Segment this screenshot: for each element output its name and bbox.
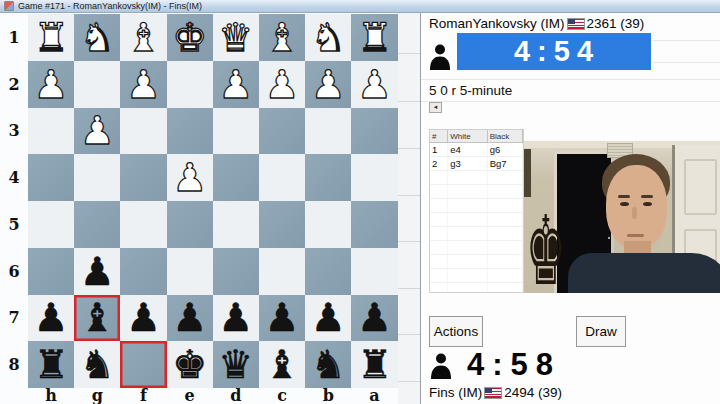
square-g1[interactable]: ♞ xyxy=(74,14,120,61)
square-h3[interactable] xyxy=(28,108,74,155)
square-b1[interactable]: ♞ xyxy=(305,14,351,61)
moves-header-black: Black xyxy=(487,130,522,143)
square-a1[interactable]: ♜ xyxy=(351,14,397,61)
bottom-player-name: Fins (IM) xyxy=(429,385,482,400)
side-panel: RomanYankovsky (IM) 2361 (39) 4:54 5 0 r… xyxy=(420,13,720,404)
black-bishop-g7: ♝ xyxy=(80,298,115,337)
square-b2[interactable]: ♟ xyxy=(305,61,351,108)
black-knight-b8: ♞ xyxy=(311,345,346,384)
person-eye xyxy=(620,202,629,206)
white-rook-h1: ♜ xyxy=(34,18,69,57)
strip-line xyxy=(398,195,420,196)
square-d5[interactable] xyxy=(213,201,259,248)
square-b4[interactable] xyxy=(305,154,351,201)
square-g7[interactable]: ♝ xyxy=(74,295,120,342)
square-f8[interactable] xyxy=(120,341,166,388)
us-flag-icon xyxy=(485,388,501,398)
game-type-label: 5 0 r 5-minute xyxy=(429,83,512,98)
person-eyebrow xyxy=(641,195,653,198)
top-player-name: RomanYankovsky (IM) xyxy=(429,16,565,31)
door-panel xyxy=(684,159,717,215)
strip-line xyxy=(398,288,420,289)
file-label-e: e xyxy=(167,387,213,404)
bottom-player-info: Fins (IM) 2494 (39) xyxy=(429,385,562,400)
move-row-8 xyxy=(430,241,523,255)
black-knight-g8: ♞ xyxy=(80,345,115,384)
rank-label-1: 1 xyxy=(0,14,28,61)
actions-button[interactable]: Actions xyxy=(429,316,483,347)
rank-label-4: 4 xyxy=(0,154,28,201)
person-eye xyxy=(643,202,652,206)
rank-label-6: 6 xyxy=(0,248,28,295)
move-row-7 xyxy=(430,227,523,241)
black-pawn-g6: ♟ xyxy=(80,252,115,291)
square-h7[interactable]: ♟ xyxy=(28,295,74,342)
square-d1[interactable]: ♛ xyxy=(213,14,259,61)
moves-header-row: #WhiteBlack xyxy=(430,130,523,143)
square-d8[interactable]: ♛ xyxy=(213,341,259,388)
doorway-light-dot xyxy=(608,237,610,239)
white-pawn-h2: ♟ xyxy=(34,65,69,104)
us-flag-icon xyxy=(568,19,584,29)
file-labels: hgfedcba xyxy=(28,387,398,404)
square-h1[interactable]: ♜ xyxy=(28,14,74,61)
square-a3[interactable] xyxy=(351,108,397,155)
bottom-clock: 4:58 xyxy=(467,347,561,383)
white-rook-a1: ♜ xyxy=(357,18,392,57)
file-label-d: d xyxy=(213,387,259,404)
square-c7[interactable]: ♟ xyxy=(259,295,305,342)
square-e5[interactable] xyxy=(167,201,213,248)
square-e8[interactable]: ♚ xyxy=(167,341,213,388)
square-a7[interactable]: ♟ xyxy=(351,295,397,342)
background-strip xyxy=(398,13,420,404)
white-queen-d1: ♛ xyxy=(218,18,253,57)
file-label-a: a xyxy=(351,387,397,404)
white-bishop-c1: ♝ xyxy=(265,18,300,57)
person-shoulders xyxy=(568,253,720,293)
square-h6[interactable] xyxy=(28,248,74,295)
top-player-info: RomanYankovsky (IM) 2361 (39) xyxy=(429,16,644,31)
moves-header-white: White xyxy=(448,130,487,143)
square-c8[interactable]: ♝ xyxy=(259,341,305,388)
rank-label-8: 8 xyxy=(0,341,28,388)
divider xyxy=(653,62,720,63)
scroll-left-button[interactable]: ◂ xyxy=(429,102,442,113)
black-king-e8: ♚ xyxy=(172,345,207,384)
person-eyebrow xyxy=(618,195,630,198)
square-f7[interactable]: ♟ xyxy=(120,295,166,342)
move-row-1: 1e4g6 xyxy=(430,143,523,157)
webcam-wall-corner xyxy=(524,149,531,197)
black-pawn-c7: ♟ xyxy=(265,298,300,337)
square-h5[interactable] xyxy=(28,201,74,248)
black-pawn-b7: ♟ xyxy=(311,298,346,337)
square-a5[interactable] xyxy=(351,201,397,248)
square-c1[interactable]: ♝ xyxy=(259,14,305,61)
rank-label-5: 5 xyxy=(0,201,28,248)
window-icon[interactable] xyxy=(4,1,14,11)
black-pawn-e7: ♟ xyxy=(172,298,207,337)
move-row-3 xyxy=(430,171,523,185)
top-player-rating: 2361 (39) xyxy=(587,16,645,31)
chess-board[interactable]: ♜♞♝♚♛♝♞♜♟♟♟♟♟♟♟♟♟♟♝♟♟♟♟♟♟♜♞♚♛♝♞♜ xyxy=(28,14,398,388)
square-g2[interactable] xyxy=(74,61,120,108)
square-e7[interactable]: ♟ xyxy=(167,295,213,342)
square-d4[interactable] xyxy=(213,154,259,201)
strip-line xyxy=(398,334,420,335)
move-row-6 xyxy=(430,213,523,227)
strip-line xyxy=(398,101,420,102)
strip-line xyxy=(398,381,420,382)
square-d6[interactable] xyxy=(213,248,259,295)
black-pawn-h7: ♟ xyxy=(34,298,69,337)
square-c3[interactable] xyxy=(259,108,305,155)
white-pawn-g3: ♟ xyxy=(80,111,115,150)
square-e6[interactable] xyxy=(167,248,213,295)
person-nose xyxy=(632,207,637,219)
square-g3[interactable]: ♟ xyxy=(74,108,120,155)
file-label-h: h xyxy=(28,387,74,404)
file-label-b: b xyxy=(305,387,351,404)
move-row-11 xyxy=(430,283,523,294)
square-f1[interactable]: ♝ xyxy=(120,14,166,61)
white-knight-b1: ♞ xyxy=(311,18,346,57)
square-b6[interactable] xyxy=(305,248,351,295)
person-mouth xyxy=(627,234,644,237)
square-g6[interactable]: ♟ xyxy=(74,248,120,295)
square-c2[interactable]: ♟ xyxy=(259,61,305,108)
square-h2[interactable]: ♟ xyxy=(28,61,74,108)
strip-line xyxy=(398,148,420,149)
black-pawn-d7: ♟ xyxy=(218,298,253,337)
square-e1[interactable]: ♚ xyxy=(167,14,213,61)
webcam-video: ♚ xyxy=(524,141,720,293)
move-row-4 xyxy=(430,185,523,199)
square-d7[interactable]: ♟ xyxy=(213,295,259,342)
square-c5[interactable] xyxy=(259,201,305,248)
file-label-c: c xyxy=(259,387,305,404)
divider xyxy=(421,101,720,102)
divider xyxy=(653,40,720,41)
square-f4[interactable] xyxy=(120,154,166,201)
square-d3[interactable] xyxy=(213,108,259,155)
moves-header-num: # xyxy=(430,130,448,143)
divider xyxy=(421,79,720,80)
black-queen-d8: ♛ xyxy=(218,345,253,384)
square-f3[interactable] xyxy=(120,108,166,155)
window-title: Game #171 - RomanYankovsky(IM) - Fins(IM… xyxy=(18,0,202,12)
square-b7[interactable]: ♟ xyxy=(305,295,351,342)
white-pawn-e4: ♟ xyxy=(172,158,207,197)
square-g4[interactable] xyxy=(74,154,120,201)
white-bishop-f1: ♝ xyxy=(126,18,161,57)
black-pawn-a7: ♟ xyxy=(357,298,392,337)
black-rook-h8: ♜ xyxy=(34,345,69,384)
square-f5[interactable] xyxy=(120,201,166,248)
window-titlebar[interactable]: Game #171 - RomanYankovsky(IM) - Fins(IM… xyxy=(0,0,720,13)
rank-labels: 12345678 xyxy=(0,14,28,388)
strip-line xyxy=(398,53,420,54)
black-bishop-c8: ♝ xyxy=(265,345,300,384)
board-pane: 12345678 ♜♞♝♚♛♝♞♜♟♟♟♟♟♟♟♟♟♟♝♟♟♟♟♟♟♜♞♚♛♝♞… xyxy=(0,13,420,404)
square-d2[interactable]: ♟ xyxy=(213,61,259,108)
draw-button[interactable]: Draw xyxy=(576,316,626,347)
move-list[interactable]: #WhiteBlack 1e4g62g3Bg7 xyxy=(429,129,524,293)
moves-tbody: 1e4g62g3Bg7 xyxy=(430,143,523,294)
square-f2[interactable]: ♟ xyxy=(120,61,166,108)
square-a8[interactable]: ♜ xyxy=(351,341,397,388)
square-e2[interactable] xyxy=(167,61,213,108)
square-g5[interactable] xyxy=(74,201,120,248)
square-b3[interactable] xyxy=(305,108,351,155)
square-a4[interactable] xyxy=(351,154,397,201)
bottom-player-rating: 2494 (39) xyxy=(504,385,562,400)
player-silhouette-icon xyxy=(430,352,452,379)
white-king-e1: ♚ xyxy=(172,18,207,57)
square-b5[interactable] xyxy=(305,201,351,248)
white-pawn-a2: ♟ xyxy=(357,65,392,104)
white-pawn-b2: ♟ xyxy=(311,65,346,104)
rank-label-2: 2 xyxy=(0,61,28,108)
square-h8[interactable]: ♜ xyxy=(28,341,74,388)
bottom-clock-row: 4:58 xyxy=(430,347,561,383)
square-a6[interactable] xyxy=(351,248,397,295)
move-row-5 xyxy=(430,199,523,213)
white-pawn-d2: ♟ xyxy=(218,65,253,104)
app-main: 12345678 ♜♞♝♚♛♝♞♜♟♟♟♟♟♟♟♟♟♟♝♟♟♟♟♟♟♜♞♚♛♝♞… xyxy=(0,13,720,404)
player-silhouette-icon xyxy=(429,43,451,70)
move-row-2: 2g3Bg7 xyxy=(430,157,523,171)
top-clock-row: 4:54 xyxy=(429,33,651,70)
file-label-g: g xyxy=(74,387,120,404)
square-e4[interactable]: ♟ xyxy=(167,154,213,201)
square-c4[interactable] xyxy=(259,154,305,201)
rank-label-7: 7 xyxy=(0,295,28,342)
rank-label-3: 3 xyxy=(0,108,28,155)
square-e3[interactable] xyxy=(167,108,213,155)
white-pawn-f2: ♟ xyxy=(126,65,161,104)
square-c6[interactable] xyxy=(259,248,305,295)
file-label-f: f xyxy=(120,387,166,404)
square-f6[interactable] xyxy=(120,248,166,295)
black-rook-a8: ♜ xyxy=(357,345,392,384)
strip-line xyxy=(398,241,420,242)
white-knight-g1: ♞ xyxy=(80,18,115,57)
square-g8[interactable]: ♞ xyxy=(74,341,120,388)
top-clock: 4:54 xyxy=(457,33,651,70)
chess-king-statue: ♚ xyxy=(526,203,566,293)
move-row-9 xyxy=(430,255,523,269)
square-h4[interactable] xyxy=(28,154,74,201)
square-b8[interactable]: ♞ xyxy=(305,341,351,388)
white-pawn-c2: ♟ xyxy=(265,65,300,104)
move-row-10 xyxy=(430,269,523,283)
square-a2[interactable]: ♟ xyxy=(351,61,397,108)
black-pawn-f7: ♟ xyxy=(126,298,161,337)
